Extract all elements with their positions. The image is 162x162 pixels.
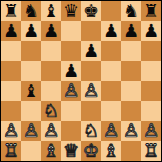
- white-pawn-piece: ♙: [43, 121, 59, 141]
- square-f3[interactable]: [101, 101, 121, 121]
- square-b5[interactable]: [21, 61, 41, 81]
- square-d6[interactable]: [61, 41, 81, 61]
- white-knight-piece: ♘: [43, 101, 59, 121]
- square-e4[interactable]: ♙: [81, 81, 101, 101]
- square-h8[interactable]: ♜: [141, 1, 161, 21]
- black-pawn-piece: ♟: [83, 41, 99, 61]
- square-f5[interactable]: [101, 61, 121, 81]
- chess-board: ♜♞♝♛♚♞♜♟♟♟♟♟♟♟♟♝♙♙♘♙♙♙♘♙♙♙♖♗♕♔♗♖: [0, 0, 162, 162]
- square-f7[interactable]: ♟: [101, 21, 121, 41]
- square-c3[interactable]: ♘: [41, 101, 61, 121]
- square-g6[interactable]: [121, 41, 141, 61]
- square-d1[interactable]: ♕: [61, 141, 81, 161]
- black-pawn-piece: ♟: [143, 21, 159, 41]
- square-h2[interactable]: ♙: [141, 121, 161, 141]
- black-knight-piece: ♞: [123, 1, 139, 21]
- white-king-piece: ♔: [83, 141, 99, 161]
- square-a5[interactable]: [1, 61, 21, 81]
- square-c8[interactable]: ♝: [41, 1, 61, 21]
- black-rook-piece: ♜: [3, 1, 19, 21]
- square-d4[interactable]: ♙: [61, 81, 81, 101]
- square-f8[interactable]: [101, 1, 121, 21]
- black-bishop-piece: ♝: [43, 1, 59, 21]
- black-pawn-piece: ♟: [3, 21, 19, 41]
- square-b2[interactable]: ♙: [21, 121, 41, 141]
- square-a4[interactable]: [1, 81, 21, 101]
- white-pawn-piece: ♙: [123, 121, 139, 141]
- square-e8[interactable]: ♚: [81, 1, 101, 21]
- square-h3[interactable]: [141, 101, 161, 121]
- square-e3[interactable]: [81, 101, 101, 121]
- square-h5[interactable]: [141, 61, 161, 81]
- square-g8[interactable]: ♞: [121, 1, 141, 21]
- black-king-piece: ♚: [83, 1, 99, 21]
- white-pawn-piece: ♙: [103, 121, 119, 141]
- square-g7[interactable]: ♟: [121, 21, 141, 41]
- board-grid: ♜♞♝♛♚♞♜♟♟♟♟♟♟♟♟♝♙♙♘♙♙♙♘♙♙♙♖♗♕♔♗♖: [1, 1, 161, 161]
- square-d5[interactable]: ♟: [61, 61, 81, 81]
- square-e7[interactable]: [81, 21, 101, 41]
- white-bishop-piece: ♗: [43, 141, 59, 161]
- white-pawn-piece: ♙: [23, 121, 39, 141]
- white-pawn-piece: ♙: [3, 121, 19, 141]
- square-e1[interactable]: ♔: [81, 141, 101, 161]
- square-f1[interactable]: ♗: [101, 141, 121, 161]
- square-e2[interactable]: ♘: [81, 121, 101, 141]
- square-a1[interactable]: ♖: [1, 141, 21, 161]
- white-rook-piece: ♖: [143, 141, 159, 161]
- square-a3[interactable]: [1, 101, 21, 121]
- square-b4[interactable]: ♝: [21, 81, 41, 101]
- square-b3[interactable]: [21, 101, 41, 121]
- square-f2[interactable]: ♙: [101, 121, 121, 141]
- square-g5[interactable]: [121, 61, 141, 81]
- black-pawn-piece: ♟: [63, 61, 79, 81]
- white-queen-piece: ♕: [63, 141, 79, 161]
- square-d2[interactable]: [61, 121, 81, 141]
- square-a8[interactable]: ♜: [1, 1, 21, 21]
- square-a7[interactable]: ♟: [1, 21, 21, 41]
- black-queen-piece: ♛: [63, 1, 79, 21]
- square-b7[interactable]: ♟: [21, 21, 41, 41]
- square-d8[interactable]: ♛: [61, 1, 81, 21]
- square-c6[interactable]: [41, 41, 61, 61]
- square-g3[interactable]: [121, 101, 141, 121]
- square-g4[interactable]: [121, 81, 141, 101]
- square-h1[interactable]: ♖: [141, 141, 161, 161]
- square-b1[interactable]: [21, 141, 41, 161]
- square-e5[interactable]: [81, 61, 101, 81]
- black-rook-piece: ♜: [143, 1, 159, 21]
- square-f4[interactable]: [101, 81, 121, 101]
- black-pawn-piece: ♟: [103, 21, 119, 41]
- square-d3[interactable]: [61, 101, 81, 121]
- square-h4[interactable]: [141, 81, 161, 101]
- white-bishop-piece: ♗: [103, 141, 119, 161]
- square-c4[interactable]: [41, 81, 61, 101]
- white-rook-piece: ♖: [3, 141, 19, 161]
- square-a6[interactable]: [1, 41, 21, 61]
- black-knight-piece: ♞: [23, 1, 39, 21]
- white-knight-piece: ♘: [83, 121, 99, 141]
- square-h7[interactable]: ♟: [141, 21, 161, 41]
- square-h6[interactable]: [141, 41, 161, 61]
- square-b8[interactable]: ♞: [21, 1, 41, 21]
- black-bishop-piece: ♝: [23, 81, 39, 101]
- square-g1[interactable]: [121, 141, 141, 161]
- square-c1[interactable]: ♗: [41, 141, 61, 161]
- white-pawn-piece: ♙: [63, 81, 79, 101]
- square-a2[interactable]: ♙: [1, 121, 21, 141]
- square-b6[interactable]: [21, 41, 41, 61]
- square-d7[interactable]: [61, 21, 81, 41]
- square-c2[interactable]: ♙: [41, 121, 61, 141]
- square-c7[interactable]: ♟: [41, 21, 61, 41]
- white-pawn-piece: ♙: [83, 81, 99, 101]
- black-pawn-piece: ♟: [23, 21, 39, 41]
- square-f6[interactable]: [101, 41, 121, 61]
- square-c5[interactable]: [41, 61, 61, 81]
- white-pawn-piece: ♙: [143, 121, 159, 141]
- black-pawn-piece: ♟: [123, 21, 139, 41]
- square-e6[interactable]: ♟: [81, 41, 101, 61]
- square-g2[interactable]: ♙: [121, 121, 141, 141]
- black-pawn-piece: ♟: [43, 21, 59, 41]
